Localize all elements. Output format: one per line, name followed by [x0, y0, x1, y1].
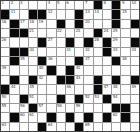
grid-cell[interactable]	[57, 66, 65, 74]
black-cell	[84, 113, 92, 121]
grid-cell[interactable]	[131, 57, 139, 65]
grid-cell[interactable]: 2	[10, 1, 18, 9]
grid-cell[interactable]	[94, 66, 102, 74]
grid-cell[interactable]	[1, 57, 9, 65]
grid-cell[interactable]	[20, 123, 28, 131]
black-cell	[94, 85, 102, 93]
grid-cell[interactable]	[47, 20, 55, 28]
clue-number: 51	[29, 95, 34, 99]
grid-cell[interactable]	[84, 29, 92, 37]
black-cell	[94, 1, 102, 9]
grid-cell[interactable]	[47, 95, 55, 103]
grid-cell[interactable]	[57, 38, 65, 46]
grid-cell[interactable]	[57, 85, 65, 93]
black-cell	[47, 66, 55, 74]
grid-cell[interactable]	[121, 66, 129, 74]
black-cell	[75, 10, 83, 18]
black-cell	[131, 20, 139, 28]
black-cell	[112, 20, 120, 28]
grid-cell[interactable]	[29, 123, 37, 131]
clue-number: 33	[113, 48, 118, 52]
grid-cell[interactable]	[121, 85, 129, 93]
grid-cell[interactable]: 32	[84, 48, 92, 56]
grid-cell[interactable]: 14	[94, 10, 102, 18]
grid-cell[interactable]	[38, 113, 46, 121]
black-cell	[66, 76, 74, 84]
clue-number: 43	[76, 76, 81, 80]
grid-cell[interactable]: 23	[75, 29, 83, 37]
grid-cell[interactable]	[66, 95, 74, 103]
clue-number: 22	[57, 29, 62, 33]
grid-cell[interactable]	[20, 66, 28, 74]
grid-cell[interactable]: 16	[1, 20, 9, 28]
clue-number: 6	[66, 1, 68, 5]
clue-number: 10	[131, 1, 136, 5]
clue-number: 14	[94, 10, 99, 14]
grid-cell[interactable]: 41	[75, 66, 83, 74]
grid-cell[interactable]	[10, 95, 18, 103]
grid-cell[interactable]	[75, 38, 83, 46]
grid-cell[interactable]	[121, 123, 129, 131]
grid-cell[interactable]	[10, 38, 18, 46]
black-cell	[84, 38, 92, 46]
grid-cell[interactable]: 50	[1, 95, 9, 103]
black-cell	[112, 76, 120, 84]
black-cell	[75, 95, 83, 103]
clue-number: 8	[103, 1, 105, 5]
black-cell	[112, 57, 120, 65]
clue-number: 52	[85, 95, 90, 99]
clue-number: 20	[85, 20, 90, 24]
clue-number: 46	[66, 85, 71, 89]
grid-cell[interactable]: 12	[47, 10, 55, 18]
grid-cell[interactable]	[121, 48, 129, 56]
grid-cell[interactable]: 29	[112, 38, 120, 46]
grid-cell[interactable]: 36	[47, 57, 55, 65]
grid-cell[interactable]	[47, 76, 55, 84]
grid-cell[interactable]	[66, 10, 74, 18]
grid-cell[interactable]: 1	[1, 1, 9, 9]
black-cell	[10, 29, 18, 37]
grid-cell[interactable]	[1, 76, 9, 84]
grid-cell[interactable]	[75, 48, 83, 56]
clue-number: 4	[48, 1, 50, 5]
grid-cell[interactable]	[57, 48, 65, 56]
grid-cell[interactable]: 43	[75, 76, 83, 84]
crossword-grid: 1234567891011121314151617181920212223242…	[0, 0, 140, 132]
grid-cell[interactable]	[131, 104, 139, 112]
grid-cell[interactable]	[112, 123, 120, 131]
clue-number: 31	[66, 48, 71, 52]
black-cell	[75, 57, 83, 65]
grid-cell[interactable]	[29, 38, 37, 46]
grid-cell[interactable]	[10, 66, 18, 74]
clue-number: 16	[2, 20, 7, 24]
grid-cell[interactable]: 15	[121, 10, 129, 18]
clue-number: 40	[39, 66, 44, 70]
grid-cell[interactable]	[66, 20, 74, 28]
grid-cell[interactable]	[94, 123, 102, 131]
black-cell	[38, 10, 46, 18]
clue-number: 9	[122, 1, 124, 5]
grid-cell[interactable]	[66, 123, 74, 131]
grid-cell[interactable]	[47, 104, 55, 112]
grid-cell[interactable]: 26	[1, 38, 9, 46]
clue-number: 25	[113, 29, 118, 33]
clue-number: 62	[113, 113, 118, 117]
grid-cell[interactable]	[29, 1, 37, 9]
clue-number: 29	[113, 38, 118, 42]
grid-cell[interactable]: 56	[20, 104, 28, 112]
grid-cell[interactable]	[121, 38, 129, 46]
clue-number: 56	[20, 104, 25, 108]
clue-number: 50	[2, 95, 7, 99]
clue-number: 7	[85, 1, 87, 5]
grid-cell[interactable]	[103, 66, 111, 74]
grid-cell[interactable]: 45	[29, 85, 37, 93]
clue-number: 34	[131, 48, 136, 52]
grid-cell[interactable]	[29, 66, 37, 74]
black-cell	[131, 76, 139, 84]
clue-number: 48	[113, 85, 118, 89]
grid-cell[interactable]	[103, 57, 111, 65]
black-cell	[20, 48, 28, 56]
grid-cell[interactable]	[66, 29, 74, 37]
grid-cell[interactable]	[94, 104, 102, 112]
black-cell	[38, 123, 46, 131]
black-cell	[10, 76, 18, 84]
black-cell	[112, 104, 120, 112]
clue-number: 13	[85, 10, 90, 14]
grid-cell[interactable]	[103, 20, 111, 28]
black-cell	[38, 57, 46, 65]
grid-cell[interactable]: 6	[66, 1, 74, 9]
clue-number: 32	[85, 48, 90, 52]
black-cell	[10, 113, 18, 121]
grid-cell[interactable]	[38, 1, 46, 9]
grid-cell[interactable]	[38, 29, 46, 37]
clue-number: 42	[39, 76, 44, 80]
black-cell	[66, 38, 74, 46]
clue-number: 2	[11, 1, 13, 5]
clue-number: 39	[2, 66, 7, 70]
grid-cell[interactable]: 7	[84, 1, 92, 9]
grid-cell[interactable]: 57	[38, 104, 46, 112]
black-cell	[29, 76, 37, 84]
clue-number: 36	[48, 57, 53, 61]
grid-cell[interactable]	[121, 95, 129, 103]
clue-number: 59	[76, 104, 81, 108]
clue-number: 18	[29, 20, 34, 24]
clue-number: 12	[48, 10, 53, 14]
grid-cell[interactable]	[103, 123, 111, 131]
grid-cell[interactable]	[121, 29, 129, 37]
clue-number: 63	[2, 123, 7, 127]
grid-cell[interactable]: 11	[10, 10, 18, 18]
clue-number: 60	[20, 113, 25, 117]
black-cell	[131, 38, 139, 46]
grid-cell[interactable]	[75, 113, 83, 121]
grid-cell[interactable]: 46	[66, 85, 74, 93]
clue-number: 35	[20, 57, 25, 61]
grid-cell[interactable]: 21	[29, 29, 37, 37]
grid-cell[interactable]	[57, 10, 65, 18]
black-cell	[29, 10, 37, 18]
grid-cell[interactable]	[75, 85, 83, 93]
clue-number: 5	[57, 1, 59, 5]
grid-cell[interactable]: 28	[94, 38, 102, 46]
grid-cell[interactable]: 42	[38, 76, 46, 84]
grid-cell[interactable]: 51	[29, 95, 37, 103]
grid-cell[interactable]: 5	[57, 1, 65, 9]
black-cell	[1, 10, 9, 18]
grid-cell[interactable]: 63	[1, 123, 9, 131]
grid-cell[interactable]	[121, 20, 129, 28]
clue-number: 26	[2, 38, 7, 42]
grid-cell[interactable]: 37	[84, 57, 92, 65]
black-cell	[121, 113, 129, 121]
clue-number: 64	[48, 123, 53, 127]
black-cell	[75, 123, 83, 131]
grid-cell[interactable]	[103, 104, 111, 112]
black-cell	[29, 104, 37, 112]
black-cell	[66, 113, 74, 121]
grid-cell[interactable]: 18	[29, 20, 37, 28]
black-cell	[57, 76, 65, 84]
grid-cell[interactable]: 22	[57, 29, 65, 37]
black-cell	[10, 20, 18, 28]
grid-cell[interactable]: 61	[29, 113, 37, 121]
grid-cell[interactable]: 35	[20, 57, 28, 65]
grid-cell[interactable]	[84, 66, 92, 74]
clue-number: 19	[39, 20, 44, 24]
clue-number: 61	[29, 113, 34, 117]
black-cell	[10, 57, 18, 65]
grid-cell[interactable]: 13	[84, 10, 92, 18]
clue-number: 1	[2, 1, 4, 5]
grid-cell[interactable]	[38, 95, 46, 103]
black-cell	[121, 104, 129, 112]
grid-cell[interactable]: 60	[20, 113, 28, 121]
grid-cell[interactable]	[131, 123, 139, 131]
grid-cell[interactable]	[10, 123, 18, 131]
grid-cell[interactable]	[38, 85, 46, 93]
black-cell	[112, 10, 120, 18]
grid-cell[interactable]	[10, 104, 18, 112]
grid-cell[interactable]: 31	[66, 48, 74, 56]
black-cell	[94, 29, 102, 37]
grid-cell[interactable]	[1, 113, 9, 121]
grid-cell[interactable]: 30	[29, 48, 37, 56]
grid-cell[interactable]: 40	[38, 66, 46, 74]
clue-number: 15	[122, 10, 127, 14]
grid-cell[interactable]: 53	[94, 95, 102, 103]
grid-cell[interactable]: 4	[47, 1, 55, 9]
grid-cell[interactable]: 25	[112, 29, 120, 37]
grid-cell[interactable]: 39	[1, 66, 9, 74]
grid-cell[interactable]: 19	[38, 20, 46, 28]
clue-number: 55	[2, 104, 7, 108]
grid-cell[interactable]: 58	[57, 104, 65, 112]
black-cell	[103, 113, 111, 121]
grid-cell[interactable]	[131, 10, 139, 18]
grid-cell[interactable]	[94, 20, 102, 28]
black-cell	[94, 76, 102, 84]
grid-cell[interactable]	[94, 113, 102, 121]
grid-cell[interactable]: 62	[112, 113, 120, 121]
black-cell	[75, 20, 83, 28]
black-cell	[66, 66, 74, 74]
black-cell	[57, 20, 65, 28]
grid-cell[interactable]	[38, 48, 46, 56]
clue-number: 21	[29, 29, 34, 33]
grid-cell[interactable]: 59	[75, 104, 83, 112]
grid-cell[interactable]	[121, 76, 129, 84]
grid-cell[interactable]: 47	[103, 85, 111, 93]
black-cell	[20, 95, 28, 103]
clue-number: 17	[20, 20, 25, 24]
grid-cell[interactable]	[75, 1, 83, 9]
clue-number: 65	[85, 123, 90, 127]
grid-cell[interactable]: 65	[84, 123, 92, 131]
clue-number: 24	[103, 29, 108, 33]
grid-cell[interactable]	[66, 104, 74, 112]
grid-cell[interactable]: 24	[103, 29, 111, 37]
black-cell	[20, 29, 28, 37]
clue-number: 57	[39, 104, 44, 108]
black-cell	[38, 38, 46, 46]
grid-cell[interactable]: 27	[47, 38, 55, 46]
grid-cell[interactable]	[20, 85, 28, 93]
grid-cell[interactable]: 64	[47, 123, 55, 131]
grid-cell[interactable]: 54	[112, 95, 120, 103]
grid-cell[interactable]	[112, 66, 120, 74]
black-cell	[57, 95, 65, 103]
grid-cell[interactable]: 52	[84, 95, 92, 103]
grid-cell[interactable]	[94, 48, 102, 56]
grid-cell[interactable]: 9	[121, 1, 129, 9]
grid-cell[interactable]	[57, 57, 65, 65]
grid-cell[interactable]	[47, 29, 55, 37]
grid-cell[interactable]	[57, 113, 65, 121]
clue-number: 45	[29, 85, 34, 89]
grid-cell[interactable]	[1, 48, 9, 56]
grid-cell[interactable]	[103, 76, 111, 84]
clue-number: 47	[103, 85, 108, 89]
black-cell	[103, 48, 111, 56]
grid-cell[interactable]	[103, 10, 111, 18]
grid-cell[interactable]	[131, 113, 139, 121]
clue-number: 38	[122, 57, 127, 61]
grid-cell[interactable]: 8	[103, 1, 111, 9]
clue-number: 37	[85, 57, 90, 61]
grid-cell[interactable]	[20, 38, 28, 46]
black-cell	[10, 48, 18, 56]
clue-number: 11	[11, 10, 16, 14]
grid-cell[interactable]	[94, 57, 102, 65]
grid-cell[interactable]	[57, 123, 65, 131]
grid-cell[interactable]: 44	[10, 85, 18, 93]
grid-cell[interactable]	[131, 66, 139, 74]
clue-number: 23	[76, 29, 81, 33]
clue-number: 3	[20, 1, 22, 5]
grid-cell[interactable]: 10	[131, 1, 139, 9]
grid-cell[interactable]: 3	[20, 1, 28, 9]
grid-cell[interactable]	[84, 104, 92, 112]
grid-cell[interactable]: 48	[112, 85, 120, 93]
black-cell	[103, 95, 111, 103]
clue-number: 28	[94, 38, 99, 42]
grid-cell[interactable]: 17	[20, 20, 28, 28]
grid-cell[interactable]	[131, 95, 139, 103]
grid-cell[interactable]	[84, 85, 92, 93]
black-cell	[1, 85, 9, 93]
grid-cell[interactable]: 33	[112, 48, 120, 56]
black-cell	[47, 113, 55, 121]
grid-cell[interactable]	[29, 57, 37, 65]
clue-number: 53	[94, 95, 99, 99]
grid-cell[interactable]: 38	[121, 57, 129, 65]
clue-number: 58	[57, 104, 62, 108]
grid-cell[interactable]: 20	[84, 20, 92, 28]
grid-cell[interactable]	[47, 85, 55, 93]
grid-cell[interactable]	[131, 29, 139, 37]
clue-number: 54	[113, 95, 118, 99]
grid-cell[interactable]	[20, 76, 28, 84]
grid-cell[interactable]: 49	[131, 85, 139, 93]
grid-cell[interactable]	[1, 29, 9, 37]
clue-number: 49	[131, 85, 136, 89]
clue-number: 27	[48, 38, 53, 42]
black-cell	[103, 38, 111, 46]
clue-number: 44	[11, 85, 16, 89]
clue-number: 41	[76, 66, 81, 70]
grid-cell[interactable]: 55	[1, 104, 9, 112]
grid-cell[interactable]	[20, 10, 28, 18]
grid-cell[interactable]	[84, 76, 92, 84]
grid-cell[interactable]: 34	[131, 48, 139, 56]
clue-number: 30	[29, 48, 34, 52]
grid-cell[interactable]	[47, 48, 55, 56]
grid-cell[interactable]	[66, 57, 74, 65]
black-cell	[112, 1, 120, 9]
